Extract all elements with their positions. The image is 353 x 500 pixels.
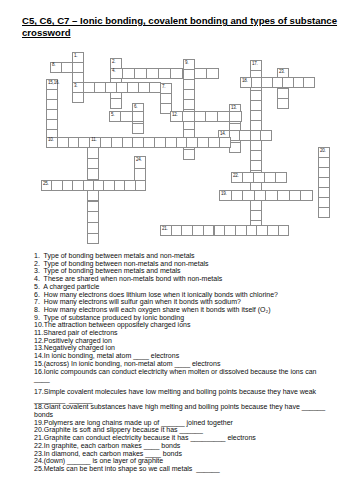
clue-item: 7. How many electrons will sulfur gain w… [34,298,348,306]
cell-number: 1. [74,53,77,58]
cell-number: 4. [112,68,115,73]
cell-number: 22. [233,173,239,178]
cell-number: 21. [162,226,168,231]
cell-number: 13. [231,105,237,110]
clue-item: 3. Type of bonding between metals and me… [34,267,348,275]
grid-cell[interactable] [303,77,315,88]
crossword-grid: 1.8.2.4.9.17.23.18.15,16.3.7.6.13.5.12.1… [0,0,353,253]
clues-list: 1. Type of bonding between metals and no… [34,252,348,473]
grid-cell[interactable] [132,111,144,122]
cell-number: 6. [134,104,137,109]
grid-cell[interactable] [87,233,99,245]
grid-cell[interactable] [206,68,219,79]
clue-item: 13.Negatively charged ion [34,344,348,352]
cell-number: 11. [91,137,96,142]
grid-cell[interactable] [229,142,241,153]
cell-number: 24. [136,157,142,162]
cell-number: 12. [172,112,178,117]
clue-item: 17.Simple covalent molecules have low me… [34,388,348,403]
cell-number: 14. [220,131,226,136]
grid-cell[interactable] [135,180,146,191]
cell-number: 25. [43,181,49,186]
cell-number: 2. [112,59,115,64]
clue-item: 6. How many electrons does lithium lose … [34,291,348,299]
clue-item: 2. Type of bonding between non-metals an… [34,260,348,268]
clue-item: 4. These are shared when non-metals bond… [34,275,348,283]
clue-item: 20.Graphite is soft and slippery because… [34,426,348,434]
clue-item: 5. A charged particle [34,283,348,291]
grid-cell[interactable] [278,225,290,236]
grid-cell[interactable] [260,130,272,141]
clue-item: 16.Ionic compounds can conduct electrici… [34,368,348,383]
grid-cell[interactable] [318,207,330,218]
grid-cell[interactable] [229,111,242,122]
cell-number: 23. [279,69,285,74]
grid-cell[interactable] [277,98,289,109]
clue-item: 21.Graphite can conduct electricity beca… [34,434,348,442]
cell-number: 8. [52,62,55,67]
grid-cell[interactable] [219,137,231,148]
clue-item: 18.Giant covalent substances have high m… [34,403,348,418]
clue-item: 15.(across) In ionic bonding, non-metal … [34,360,348,368]
clue-item: 9. Type of substance produced by ionic b… [34,314,348,322]
cell-number: 15,16. [48,80,59,85]
clue-item: 10.The attraction between oppositely cha… [34,321,348,329]
grid-cell[interactable] [72,62,84,73]
clue-item: 8. How many electrons will each oxygen s… [34,306,348,314]
clue-item: 14.In ionic bonding, metal atom ____ ele… [34,352,348,360]
clue-item: 24.(down) ______ is one layer of graphit… [34,457,348,465]
cell-number: 18. [242,78,248,83]
clue-item: 1. Type of bonding between metals and no… [34,252,348,260]
clue-item: 12.Positively charged ion [34,337,348,345]
cell-number: 3. [74,83,77,88]
cell-number: 19. [221,191,227,196]
cell-number: 20. [320,148,326,153]
cell-number: 9. [185,60,188,65]
cell-number: 17. [252,61,258,66]
grid-cell[interactable] [183,149,195,160]
clue-item: 22.In graphite, each carbon makes ____ b… [34,442,348,450]
clue-item: 23.In diamond, each carbon makes ____ bo… [34,450,348,458]
grid-cell[interactable] [110,98,122,109]
grid-cell[interactable] [275,172,287,183]
clue-item: 19.Polymers are long chains made up of _… [34,419,348,427]
cell-number: 5. [111,112,114,117]
clue-item: 11.Shared pair of electrons [34,329,348,337]
grid-cell[interactable] [300,190,313,201]
worksheet-page: C5, C6, C7 – Ionic bonding, covalent bon… [0,0,353,500]
grid-cell[interactable] [72,92,84,103]
clue-item: 25.Metals can be bent into shape so we c… [34,465,348,473]
cell-number: 10. [48,137,54,142]
cell-number: 7. [162,84,165,89]
grid-cell[interactable] [132,123,144,134]
